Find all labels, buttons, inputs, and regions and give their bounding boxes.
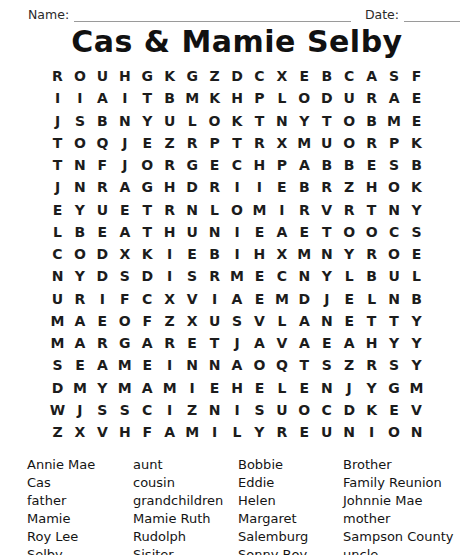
grid-cell-r5c15[interactable]: E [360, 154, 382, 176]
grid-cell-r1c7[interactable]: G [181, 65, 203, 87]
grid-cell-r14c2[interactable]: E [69, 354, 91, 376]
grid-cell-r14c11[interactable]: Q [271, 354, 293, 376]
grid-cell-r7c16[interactable]: N [383, 199, 405, 221]
grid-cell-r16c3[interactable]: S [91, 399, 113, 421]
grid-cell-r15c4[interactable]: M [114, 377, 136, 399]
grid-cell-r5c3[interactable]: F [91, 154, 113, 176]
grid-cell-r3c9[interactable]: K [226, 110, 248, 132]
grid-cell-r1c1[interactable]: R [46, 65, 68, 87]
grid-cell-r15c15[interactable]: Y [360, 377, 382, 399]
grid-cell-r15c17[interactable]: M [405, 377, 427, 399]
grid-cell-r2c12[interactable]: O [293, 87, 315, 109]
grid-cell-r13c9[interactable]: J [226, 332, 248, 354]
grid-cell-r6c1[interactable]: J [46, 176, 68, 198]
grid-cell-r4c14[interactable]: O [338, 132, 360, 154]
grid-cell-r17c9[interactable]: L [226, 421, 248, 443]
grid-cell-r14c12[interactable]: T [293, 354, 315, 376]
grid-cell-r17c17[interactable]: N [405, 421, 427, 443]
grid-cell-r16c16[interactable]: E [383, 399, 405, 421]
grid-cell-r7c9[interactable]: O [226, 199, 248, 221]
grid-cell-r6c16[interactable]: O [383, 176, 405, 198]
grid-cell-r5c6[interactable]: R [158, 154, 180, 176]
grid-cell-r7c12[interactable]: R [293, 199, 315, 221]
grid-cell-r13c12[interactable]: A [293, 332, 315, 354]
grid-cell-r3c17[interactable]: E [405, 110, 427, 132]
word-item: Eddie [238, 474, 343, 492]
grid-cell-r7c3[interactable]: U [91, 199, 113, 221]
grid-cell-r2c5[interactable]: T [136, 87, 158, 109]
grid-cell-r6c5[interactable]: G [136, 176, 158, 198]
word-list-column-4: BrotherFamily ReunionJohnnie MaemotherSa… [343, 456, 474, 555]
grid-cell-r5c5[interactable]: O [136, 154, 158, 176]
grid-cell-r4c13[interactable]: U [316, 132, 338, 154]
grid-cell-r10c6[interactable]: I [158, 265, 180, 287]
grid-cell-r1c17[interactable]: F [405, 65, 427, 87]
grid-cell-r16c17[interactable]: V [405, 399, 427, 421]
grid-cell-r15c6[interactable]: M [158, 377, 180, 399]
grid-cell-r4c12[interactable]: M [293, 132, 315, 154]
grid-cell-r5c16[interactable]: S [383, 154, 405, 176]
grid-cell-r3c6[interactable]: U [158, 110, 180, 132]
grid-cell-r16c11[interactable]: U [271, 399, 293, 421]
grid-cell-r9c1[interactable]: C [46, 243, 68, 265]
grid-cell-r13c10[interactable]: A [248, 332, 270, 354]
grid-cell-r5c8[interactable]: E [203, 154, 225, 176]
grid-cell-r2c11[interactable]: L [271, 87, 293, 109]
grid-cell-r17c16[interactable]: O [383, 421, 405, 443]
grid-cell-r13c8[interactable]: T [203, 332, 225, 354]
grid-cell-r6c7[interactable]: D [181, 176, 203, 198]
grid-cell-r1c15[interactable]: A [360, 65, 382, 87]
grid-cell-r16c5[interactable]: C [136, 399, 158, 421]
grid-cell-r5c4[interactable]: J [114, 154, 136, 176]
grid-cell-r13c5[interactable]: A [136, 332, 158, 354]
grid-cell-r11c14[interactable]: E [338, 288, 360, 310]
grid-cell-r8c13[interactable]: T [316, 221, 338, 243]
grid-cell-r15c12[interactable]: E [293, 377, 315, 399]
grid-cell-r12c4[interactable]: O [114, 310, 136, 332]
grid-cell-r8c14[interactable]: O [338, 221, 360, 243]
grid-cell-r9c3[interactable]: D [91, 243, 113, 265]
grid-cell-r8c8[interactable]: N [203, 221, 225, 243]
grid-cell-r11c7[interactable]: V [181, 288, 203, 310]
word-item: Cas [27, 474, 133, 492]
grid-cell-r10c11[interactable]: C [271, 265, 293, 287]
grid-cell-r12c13[interactable]: N [316, 310, 338, 332]
grid-cell-r5c1[interactable]: T [46, 154, 68, 176]
grid-cell-r10c16[interactable]: U [383, 265, 405, 287]
grid-cell-r11c17[interactable]: B [405, 288, 427, 310]
grid-cell-r11c2[interactable]: R [69, 288, 91, 310]
grid-cell-r14c8[interactable]: N [203, 354, 225, 376]
grid-cell-r15c13[interactable]: N [316, 377, 338, 399]
grid-cell-r17c3[interactable]: V [91, 421, 113, 443]
grid-cell-r15c14[interactable]: J [338, 377, 360, 399]
grid-cell-r1c4[interactable]: H [114, 65, 136, 87]
grid-cell-r7c14[interactable]: R [338, 199, 360, 221]
grid-cell-r3c1[interactable]: J [46, 110, 68, 132]
grid-cell-r9c9[interactable]: I [226, 243, 248, 265]
grid-cell-r10c5[interactable]: D [136, 265, 158, 287]
grid-cell-r4c3[interactable]: Q [91, 132, 113, 154]
grid-cell-r2c6[interactable]: B [158, 87, 180, 109]
grid-cell-r4c5[interactable]: E [136, 132, 158, 154]
grid-cell-r7c10[interactable]: M [248, 199, 270, 221]
grid-cell-r6c10[interactable]: I [248, 176, 270, 198]
grid-cell-r2c13[interactable]: D [316, 87, 338, 109]
grid-cell-r6c9[interactable]: I [226, 176, 248, 198]
grid-cell-r4c16[interactable]: P [383, 132, 405, 154]
grid-cell-r14c16[interactable]: S [383, 354, 405, 376]
grid-cell-r16c8[interactable]: N [203, 399, 225, 421]
grid-cell-r7c1[interactable]: E [46, 199, 68, 221]
grid-cell-r9c12[interactable]: M [293, 243, 315, 265]
grid-cell-r3c14[interactable]: O [338, 110, 360, 132]
grid-cell-r10c13[interactable]: Y [316, 265, 338, 287]
grid-cell-r16c15[interactable]: K [360, 399, 382, 421]
word-item: Mamie [27, 510, 133, 528]
grid-cell-r13c14[interactable]: A [338, 332, 360, 354]
grid-cell-r4c11[interactable]: X [271, 132, 293, 154]
grid-cell-r14c4[interactable]: M [114, 354, 136, 376]
grid-cell-r11c1[interactable]: U [46, 288, 68, 310]
grid-cell-r8c1[interactable]: L [46, 221, 68, 243]
grid-cell-r13c2[interactable]: A [69, 332, 91, 354]
grid-cell-r13c4[interactable]: G [114, 332, 136, 354]
grid-cell-r14c1[interactable]: S [46, 354, 68, 376]
grid-cell-r11c8[interactable]: I [203, 288, 225, 310]
grid-cell-r11c5[interactable]: C [136, 288, 158, 310]
grid-cell-r3c11[interactable]: N [271, 110, 293, 132]
grid-cell-r15c5[interactable]: A [136, 377, 158, 399]
grid-cell-r7c4[interactable]: E [114, 199, 136, 221]
grid-cell-r13c11[interactable]: V [271, 332, 293, 354]
grid-cell-r16c1[interactable]: W [46, 399, 68, 421]
grid-cell-r17c10[interactable]: Y [248, 421, 270, 443]
grid-cell-r10c2[interactable]: Y [69, 265, 91, 287]
grid-cell-r15c10[interactable]: E [248, 377, 270, 399]
grid-cell-r6c11[interactable]: E [271, 176, 293, 198]
grid-cell-r10c1[interactable]: N [46, 265, 68, 287]
grid-cell-r13c15[interactable]: H [360, 332, 382, 354]
grid-cell-r17c2[interactable]: X [69, 421, 91, 443]
grid-cell-r5c2[interactable]: N [69, 154, 91, 176]
grid-cell-r2c14[interactable]: U [338, 87, 360, 109]
grid-cell-r14c10[interactable]: O [248, 354, 270, 376]
grid-cell-r6c15[interactable]: H [360, 176, 382, 198]
grid-cell-r3c13[interactable]: T [316, 110, 338, 132]
grid-cell-r9c16[interactable]: O [383, 243, 405, 265]
grid-cell-r2c7[interactable]: M [181, 87, 203, 109]
grid-cell-r14c13[interactable]: S [316, 354, 338, 376]
grid-cell-r3c3[interactable]: B [91, 110, 113, 132]
grid-cell-r2c1[interactable]: I [46, 87, 68, 109]
grid-cell-r9c13[interactable]: N [316, 243, 338, 265]
grid-cell-r8c16[interactable]: C [383, 221, 405, 243]
grid-cell-r1c13[interactable]: B [316, 65, 338, 87]
grid-cell-r11c3[interactable]: I [91, 288, 113, 310]
grid-cell-r2c8[interactable]: K [203, 87, 225, 109]
grid-cell-r7c8[interactable]: L [203, 199, 225, 221]
grid-cell-r14c7[interactable]: N [181, 354, 203, 376]
grid-cell-r14c6[interactable]: I [158, 354, 180, 376]
grid-cell-r14c5[interactable]: E [136, 354, 158, 376]
grid-cell-r12c10[interactable]: V [248, 310, 270, 332]
grid-cell-r8c5[interactable]: T [136, 221, 158, 243]
grid-cell-r2c15[interactable]: R [360, 87, 382, 109]
grid-cell-r15c3[interactable]: Y [91, 377, 113, 399]
grid-cell-r5c10[interactable]: H [248, 154, 270, 176]
grid-cell-r12c9[interactable]: S [226, 310, 248, 332]
grid-cell-r17c7[interactable]: M [181, 421, 203, 443]
grid-cell-r7c15[interactable]: T [360, 199, 382, 221]
grid-cell-r5c13[interactable]: B [316, 154, 338, 176]
grid-cell-r7c6[interactable]: R [158, 199, 180, 221]
grid-cell-r9c11[interactable]: X [271, 243, 293, 265]
grid-cell-r6c6[interactable]: H [158, 176, 180, 198]
grid-cell-r1c8[interactable]: Z [203, 65, 225, 87]
grid-cell-r12c17[interactable]: Y [405, 310, 427, 332]
grid-cell-r1c12[interactable]: E [293, 65, 315, 87]
grid-cell-r8c4[interactable]: A [114, 221, 136, 243]
grid-cell-r9c10[interactable]: H [248, 243, 270, 265]
grid-cell-r12c1[interactable]: M [46, 310, 68, 332]
grid-cell-r5c17[interactable]: B [405, 154, 427, 176]
grid-cell-r6c3[interactable]: R [91, 176, 113, 198]
grid-cell-r1c11[interactable]: X [271, 65, 293, 87]
word-item: Helen [238, 492, 343, 510]
grid-cell-r1c2[interactable]: O [69, 65, 91, 87]
grid-cell-r2c3[interactable]: A [91, 87, 113, 109]
grid-cell-r10c3[interactable]: D [91, 265, 113, 287]
grid-cell-r13c13[interactable]: E [316, 332, 338, 354]
grid-cell-r16c12[interactable]: O [293, 399, 315, 421]
grid-cell-r10c14[interactable]: L [338, 265, 360, 287]
grid-cell-r10c4[interactable]: S [114, 265, 136, 287]
grid-cell-r10c9[interactable]: M [226, 265, 248, 287]
date-input-line[interactable] [404, 8, 460, 22]
grid-cell-r8c9[interactable]: I [226, 221, 248, 243]
grid-cell-r12c11[interactable]: L [271, 310, 293, 332]
grid-cell-r17c5[interactable]: F [136, 421, 158, 443]
grid-cell-r3c4[interactable]: N [114, 110, 136, 132]
grid-cell-r1c6[interactable]: K [158, 65, 180, 87]
grid-cell-r13c7[interactable]: E [181, 332, 203, 354]
grid-cell-r11c11[interactable]: M [271, 288, 293, 310]
grid-cell-r5c11[interactable]: P [271, 154, 293, 176]
grid-cell-r9c8[interactable]: B [203, 243, 225, 265]
grid-cell-r6c14[interactable]: Z [338, 176, 360, 198]
word-item: Annie Mae [27, 456, 133, 474]
grid-cell-r9c7[interactable]: E [181, 243, 203, 265]
grid-cell-r6c2[interactable]: N [69, 176, 91, 198]
grid-cell-r1c10[interactable]: C [248, 65, 270, 87]
grid-cell-r13c16[interactable]: Y [383, 332, 405, 354]
grid-cell-r7c13[interactable]: V [316, 199, 338, 221]
grid-cell-r7c5[interactable]: T [136, 199, 158, 221]
grid-cell-r2c4[interactable]: I [114, 87, 136, 109]
grid-cell-r2c2[interactable]: I [69, 87, 91, 109]
grid-cell-r6c12[interactable]: B [293, 176, 315, 198]
grid-cell-r16c13[interactable]: C [316, 399, 338, 421]
grid-cell-r10c12[interactable]: N [293, 265, 315, 287]
grid-cell-r10c15[interactable]: B [360, 265, 382, 287]
grid-cell-r12c2[interactable]: A [69, 310, 91, 332]
grid-cell-r8c3[interactable]: E [91, 221, 113, 243]
grid-cell-r8c11[interactable]: A [271, 221, 293, 243]
grid-cell-r9c15[interactable]: R [360, 243, 382, 265]
grid-cell-r14c9[interactable]: A [226, 354, 248, 376]
grid-cell-r12c12[interactable]: A [293, 310, 315, 332]
word-item: cousin [133, 474, 238, 492]
grid-cell-r11c6[interactable]: X [158, 288, 180, 310]
grid-cell-r4c2[interactable]: O [69, 132, 91, 154]
grid-cell-r6c17[interactable]: K [405, 176, 427, 198]
grid-cell-r4c15[interactable]: R [360, 132, 382, 154]
grid-cell-r4c7[interactable]: R [181, 132, 203, 154]
grid-cell-r9c6[interactable]: I [158, 243, 180, 265]
grid-cell-r12c8[interactable]: U [203, 310, 225, 332]
word-item: Sisiter [133, 546, 238, 555]
grid-cell-r3c15[interactable]: B [360, 110, 382, 132]
grid-cell-r15c1[interactable]: D [46, 377, 68, 399]
grid-cell-r17c12[interactable]: E [293, 421, 315, 443]
grid-cell-r11c10[interactable]: E [248, 288, 270, 310]
grid-cell-r10c10[interactable]: E [248, 265, 270, 287]
grid-cell-r11c12[interactable]: D [293, 288, 315, 310]
grid-cell-r8c17[interactable]: S [405, 221, 427, 243]
grid-cell-r15c2[interactable]: M [69, 377, 91, 399]
grid-cell-r17c6[interactable]: A [158, 421, 180, 443]
grid-cell-r8c7[interactable]: U [181, 221, 203, 243]
grid-cell-r4c9[interactable]: T [226, 132, 248, 154]
grid-cell-r14c3[interactable]: A [91, 354, 113, 376]
grid-cell-r11c13[interactable]: J [316, 288, 338, 310]
grid-cell-r13c17[interactable]: Y [405, 332, 427, 354]
grid-cell-r9c14[interactable]: Y [338, 243, 360, 265]
grid-cell-r14c14[interactable]: Z [338, 354, 360, 376]
grid-cell-r6c8[interactable]: R [203, 176, 225, 198]
grid-cell-r13c6[interactable]: R [158, 332, 180, 354]
grid-cell-r2c16[interactable]: A [383, 87, 405, 109]
grid-cell-r3c8[interactable]: O [203, 110, 225, 132]
grid-cell-r9c4[interactable]: X [114, 243, 136, 265]
grid-cell-r7c7[interactable]: N [181, 199, 203, 221]
grid-cell-r3c5[interactable]: Y [136, 110, 158, 132]
grid-cell-r3c10[interactable]: T [248, 110, 270, 132]
grid-cell-r4c17[interactable]: K [405, 132, 427, 154]
grid-cell-r1c3[interactable]: U [91, 65, 113, 87]
grid-cell-r12c15[interactable]: T [360, 310, 382, 332]
grid-cell-r14c15[interactable]: R [360, 354, 382, 376]
grid-cell-r16c10[interactable]: S [248, 399, 270, 421]
grid-cell-r3c2[interactable]: S [69, 110, 91, 132]
word-item: aunt [133, 456, 238, 474]
grid-cell-r17c4[interactable]: H [114, 421, 136, 443]
grid-cell-r11c4[interactable]: F [114, 288, 136, 310]
grid-cell-r12c6[interactable]: Z [158, 310, 180, 332]
grid-cell-r15c9[interactable]: H [226, 377, 248, 399]
grid-cell-r4c10[interactable]: R [248, 132, 270, 154]
grid-cell-r17c11[interactable]: R [271, 421, 293, 443]
grid-cell-r17c14[interactable]: N [338, 421, 360, 443]
grid-cell-r8c15[interactable]: O [360, 221, 382, 243]
grid-cell-r12c16[interactable]: T [383, 310, 405, 332]
grid-cell-r13c3[interactable]: R [91, 332, 113, 354]
grid-cell-r5c14[interactable]: B [338, 154, 360, 176]
grid-cell-r16c2[interactable]: J [69, 399, 91, 421]
name-input-line[interactable] [74, 8, 351, 22]
grid-cell-r5c12[interactable]: A [293, 154, 315, 176]
grid-cell-r15c11[interactable]: L [271, 377, 293, 399]
grid-cell-r3c12[interactable]: Y [293, 110, 315, 132]
grid-cell-r7c2[interactable]: Y [69, 199, 91, 221]
grid-cell-r9c2[interactable]: O [69, 243, 91, 265]
grid-cell-r7c11[interactable]: I [271, 199, 293, 221]
grid-cell-r3c16[interactable]: M [383, 110, 405, 132]
grid-cell-r12c7[interactable]: X [181, 310, 203, 332]
grid-cell-r15c8[interactable]: E [203, 377, 225, 399]
grid-cell-r16c9[interactable]: I [226, 399, 248, 421]
grid-cell-r13c1[interactable]: M [46, 332, 68, 354]
grid-cell-r16c4[interactable]: S [114, 399, 136, 421]
grid-cell-r17c13[interactable]: U [316, 421, 338, 443]
grid-cell-r11c9[interactable]: A [226, 288, 248, 310]
grid-cell-r11c15[interactable]: L [360, 288, 382, 310]
grid-cell-r4c6[interactable]: Z [158, 132, 180, 154]
grid-cell-r8c12[interactable]: E [293, 221, 315, 243]
grid-cell-r4c8[interactable]: P [203, 132, 225, 154]
grid-cell-r8c10[interactable]: E [248, 221, 270, 243]
grid-cell-r12c5[interactable]: F [136, 310, 158, 332]
grid-cell-r10c7[interactable]: S [181, 265, 203, 287]
grid-cell-r5c9[interactable]: C [226, 154, 248, 176]
grid-cell-r14c17[interactable]: Y [405, 354, 427, 376]
grid-cell-r1c9[interactable]: D [226, 65, 248, 87]
grid-cell-r16c14[interactable]: D [338, 399, 360, 421]
grid-cell-r4c4[interactable]: J [114, 132, 136, 154]
grid-cell-r3c7[interactable]: L [181, 110, 203, 132]
grid-cell-r1c5[interactable]: G [136, 65, 158, 87]
grid-cell-r2c9[interactable]: H [226, 87, 248, 109]
grid-cell-r11c16[interactable]: N [383, 288, 405, 310]
grid-cell-r1c16[interactable]: S [383, 65, 405, 87]
grid-cell-r16c7[interactable]: Z [181, 399, 203, 421]
grid-cell-r2c17[interactable]: E [405, 87, 427, 109]
grid-cell-r9c5[interactable]: K [136, 243, 158, 265]
grid-cell-r15c16[interactable]: G [383, 377, 405, 399]
grid-cell-r1c14[interactable]: C [338, 65, 360, 87]
grid-cell-r8c6[interactable]: H [158, 221, 180, 243]
grid-cell-r10c17[interactable]: L [405, 265, 427, 287]
grid-cell-r2c10[interactable]: P [248, 87, 270, 109]
grid-cell-r4c1[interactable]: T [46, 132, 68, 154]
grid-cell-r6c4[interactable]: A [114, 176, 136, 198]
grid-cell-r15c7[interactable]: I [181, 377, 203, 399]
grid-cell-r17c1[interactable]: Z [46, 421, 68, 443]
grid-cell-r12c14[interactable]: E [338, 310, 360, 332]
grid-cell-r8c2[interactable]: B [69, 221, 91, 243]
grid-cell-r17c15[interactable]: I [360, 421, 382, 443]
grid-cell-r7c17[interactable]: Y [405, 199, 427, 221]
grid-cell-r12c3[interactable]: E [91, 310, 113, 332]
grid-cell-r9c17[interactable]: E [405, 243, 427, 265]
grid-cell-r5c7[interactable]: G [181, 154, 203, 176]
grid-cell-r10c8[interactable]: R [203, 265, 225, 287]
grid-cell-r16c6[interactable]: I [158, 399, 180, 421]
grid-cell-r17c8[interactable]: I [203, 421, 225, 443]
grid-cell-r6c13[interactable]: R [316, 176, 338, 198]
